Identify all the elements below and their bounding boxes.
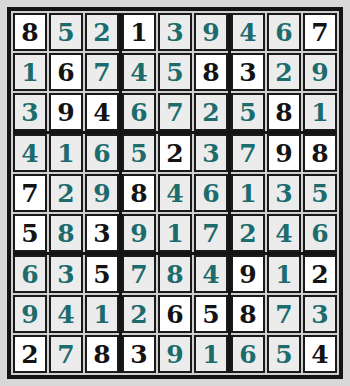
cell-r9c9[interactable]: 4 — [303, 335, 337, 373]
cell-r2c7[interactable]: 3 — [231, 53, 265, 91]
cell-r9c3[interactable]: 8 — [85, 335, 119, 373]
box-3-1: 635941278 — [13, 255, 119, 373]
cell-r9c5[interactable]: 9 — [158, 335, 192, 373]
cell-r4c5[interactable]: 2 — [158, 134, 192, 172]
cell-r7c8[interactable]: 1 — [267, 255, 301, 293]
cell-r4c3[interactable]: 6 — [85, 134, 119, 172]
box-2-3: 798135246 — [231, 134, 337, 252]
cell-r4c8[interactable]: 9 — [267, 134, 301, 172]
cell-r4c9[interactable]: 8 — [303, 134, 337, 172]
cell-r1c8[interactable]: 6 — [267, 13, 301, 51]
cell-r6c6[interactable]: 7 — [194, 214, 228, 252]
box-1-1: 852167394 — [13, 13, 119, 131]
cell-r9c1[interactable]: 2 — [13, 335, 47, 373]
cell-r2c3[interactable]: 7 — [85, 53, 119, 91]
cell-r6c2[interactable]: 8 — [49, 214, 83, 252]
cell-r3c1[interactable]: 3 — [13, 93, 47, 131]
cell-r6c8[interactable]: 4 — [267, 214, 301, 252]
cell-r5c2[interactable]: 2 — [49, 174, 83, 212]
cell-r1c3[interactable]: 2 — [85, 13, 119, 51]
cell-r8c1[interactable]: 9 — [13, 295, 47, 333]
cell-r5c3[interactable]: 9 — [85, 174, 119, 212]
sudoku-board: 8521673941394586724673295814167295835238… — [7, 7, 343, 379]
cell-r8c4[interactable]: 2 — [122, 295, 156, 333]
cell-r5c7[interactable]: 1 — [231, 174, 265, 212]
cell-r9c6[interactable]: 1 — [194, 335, 228, 373]
cell-r5c9[interactable]: 5 — [303, 174, 337, 212]
cell-r1c7[interactable]: 4 — [231, 13, 265, 51]
cell-r3c6[interactable]: 2 — [194, 93, 228, 131]
cell-r3c3[interactable]: 4 — [85, 93, 119, 131]
cell-r1c5[interactable]: 3 — [158, 13, 192, 51]
cell-r6c4[interactable]: 9 — [122, 214, 156, 252]
cell-r5c8[interactable]: 3 — [267, 174, 301, 212]
cell-r1c2[interactable]: 5 — [49, 13, 83, 51]
cell-r7c7[interactable]: 9 — [231, 255, 265, 293]
cell-r8c7[interactable]: 8 — [231, 295, 265, 333]
sudoku-boxes: 8521673941394586724673295814167295835238… — [13, 13, 337, 373]
cell-r9c7[interactable]: 6 — [231, 335, 265, 373]
cell-r8c2[interactable]: 4 — [49, 295, 83, 333]
cell-r3c9[interactable]: 1 — [303, 93, 337, 131]
cell-r6c1[interactable]: 5 — [13, 214, 47, 252]
cell-r4c7[interactable]: 7 — [231, 134, 265, 172]
cell-r3c7[interactable]: 5 — [231, 93, 265, 131]
cell-r2c1[interactable]: 1 — [13, 53, 47, 91]
cell-r7c6[interactable]: 4 — [194, 255, 228, 293]
cell-r8c9[interactable]: 3 — [303, 295, 337, 333]
cell-r7c3[interactable]: 5 — [85, 255, 119, 293]
cell-r4c2[interactable]: 1 — [49, 134, 83, 172]
cell-r1c4[interactable]: 1 — [122, 13, 156, 51]
cell-r7c5[interactable]: 8 — [158, 255, 192, 293]
cell-r3c2[interactable]: 9 — [49, 93, 83, 131]
cell-r4c4[interactable]: 5 — [122, 134, 156, 172]
box-1-2: 139458672 — [122, 13, 228, 131]
cell-r7c1[interactable]: 6 — [13, 255, 47, 293]
cell-r7c9[interactable]: 2 — [303, 255, 337, 293]
cell-r6c9[interactable]: 6 — [303, 214, 337, 252]
cell-r6c7[interactable]: 2 — [231, 214, 265, 252]
cell-r5c6[interactable]: 6 — [194, 174, 228, 212]
cell-r1c9[interactable]: 7 — [303, 13, 337, 51]
cell-r2c8[interactable]: 2 — [267, 53, 301, 91]
cell-r1c6[interactable]: 9 — [194, 13, 228, 51]
cell-r5c4[interactable]: 8 — [122, 174, 156, 212]
page-background: 8521673941394586724673295814167295835238… — [0, 0, 350, 386]
cell-r4c6[interactable]: 3 — [194, 134, 228, 172]
cell-r9c4[interactable]: 3 — [122, 335, 156, 373]
cell-r8c3[interactable]: 1 — [85, 295, 119, 333]
cell-r3c5[interactable]: 7 — [158, 93, 192, 131]
cell-r3c8[interactable]: 8 — [267, 93, 301, 131]
cell-r4c1[interactable]: 4 — [13, 134, 47, 172]
cell-r5c5[interactable]: 4 — [158, 174, 192, 212]
cell-r7c2[interactable]: 3 — [49, 255, 83, 293]
cell-r8c6[interactable]: 5 — [194, 295, 228, 333]
cell-r5c1[interactable]: 7 — [13, 174, 47, 212]
cell-r8c8[interactable]: 7 — [267, 295, 301, 333]
box-2-1: 416729583 — [13, 134, 119, 252]
box-2-2: 523846917 — [122, 134, 228, 252]
box-1-3: 467329581 — [231, 13, 337, 131]
cell-r2c6[interactable]: 8 — [194, 53, 228, 91]
cell-r9c8[interactable]: 5 — [267, 335, 301, 373]
cell-r2c2[interactable]: 6 — [49, 53, 83, 91]
cell-r3c4[interactable]: 6 — [122, 93, 156, 131]
cell-r2c5[interactable]: 5 — [158, 53, 192, 91]
cell-r2c4[interactable]: 4 — [122, 53, 156, 91]
cell-r7c4[interactable]: 7 — [122, 255, 156, 293]
cell-r2c9[interactable]: 9 — [303, 53, 337, 91]
cell-r9c2[interactable]: 7 — [49, 335, 83, 373]
box-3-2: 784265391 — [122, 255, 228, 373]
box-3-3: 912873654 — [231, 255, 337, 373]
cell-r1c1[interactable]: 8 — [13, 13, 47, 51]
cell-r6c3[interactable]: 3 — [85, 214, 119, 252]
cell-r8c5[interactable]: 6 — [158, 295, 192, 333]
cell-r6c5[interactable]: 1 — [158, 214, 192, 252]
